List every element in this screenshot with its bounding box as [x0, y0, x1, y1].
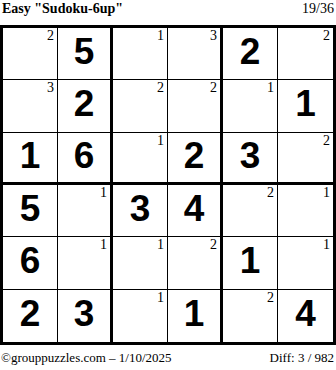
cell-r3c1[interactable]: 1 [3, 133, 58, 185]
pencil-mark: 1 [100, 237, 107, 252]
pencil-mark: 2 [210, 80, 217, 95]
cell-r3c3[interactable]: 1 [113, 133, 168, 185]
cell-r3c4[interactable]: 2 [168, 133, 223, 185]
difficulty-text: Diff: 3 / 982 [270, 350, 334, 365]
pencil-mark: 2 [157, 80, 164, 95]
pencil-mark: 1 [157, 290, 164, 305]
cell-r1c4[interactable]: 3 [168, 28, 223, 80]
cell-value: 2 [3, 290, 57, 342]
copyright-text: ©grouppuzzles.com – 1/10/2025 [1, 350, 172, 365]
cell-value: 1 [3, 133, 57, 182]
cell-r6c5[interactable]: 2 [223, 290, 278, 342]
cell-counter: 19/36 [302, 1, 334, 17]
pencil-mark: 1 [157, 237, 164, 252]
cell-r4c5[interactable]: 2 [223, 185, 278, 237]
pencil-mark: 1 [157, 133, 164, 148]
cell-r1c3[interactable]: 1 [113, 28, 168, 80]
pencil-mark: 2 [267, 290, 274, 305]
cell-r1c6[interactable]: 2 [278, 28, 333, 80]
cell-r6c3[interactable]: 1 [113, 290, 168, 342]
page-header: Easy "Sudoku-6up" 19/36 [0, 0, 336, 25]
cell-r5c2[interactable]: 1 [58, 237, 113, 289]
pencil-mark: 2 [323, 133, 330, 148]
cell-r6c6[interactable]: 4 [278, 290, 333, 342]
cell-value: 1 [168, 290, 220, 342]
cell-r1c1[interactable]: 2 [3, 28, 58, 80]
cell-value: 2 [168, 133, 220, 182]
cell-r5c1[interactable]: 6 [3, 237, 58, 289]
cell-r2c2[interactable]: 2 [58, 80, 113, 132]
cell-r4c4[interactable]: 4 [168, 185, 223, 237]
cell-r4c6[interactable]: 1 [278, 185, 333, 237]
cell-r1c5[interactable]: 2 [223, 28, 278, 80]
pencil-mark: 2 [210, 237, 217, 252]
cell-value: 5 [3, 185, 57, 236]
sudoku-page: Easy "Sudoku-6up" 19/36 2513223222111612… [0, 0, 336, 370]
cell-value: 3 [223, 133, 277, 182]
cell-value: 4 [168, 185, 220, 236]
pencil-mark: 1 [323, 237, 330, 252]
cell-r6c2[interactable]: 3 [58, 290, 113, 342]
cell-r4c3[interactable]: 3 [113, 185, 168, 237]
cell-r2c1[interactable]: 3 [3, 80, 58, 132]
cell-r1c2[interactable]: 5 [58, 28, 113, 80]
cell-r4c2[interactable]: 1 [58, 185, 113, 237]
cell-value: 6 [58, 133, 110, 182]
pencil-mark: 2 [267, 185, 274, 200]
cell-r2c4[interactable]: 2 [168, 80, 223, 132]
cell-value: 1 [278, 80, 333, 131]
cell-r2c3[interactable]: 2 [113, 80, 168, 132]
cell-r5c6[interactable]: 1 [278, 237, 333, 289]
cell-value: 2 [223, 28, 277, 79]
pencil-mark: 1 [267, 80, 274, 95]
cell-r4c1[interactable]: 5 [3, 185, 58, 237]
cell-value: 3 [58, 290, 110, 342]
page-footer: ©grouppuzzles.com – 1/10/2025 Diff: 3 / … [0, 345, 336, 370]
cell-value: 1 [223, 237, 277, 288]
pencil-mark: 2 [323, 28, 330, 43]
sudoku-board: 251322322211161232513421611211231124 [0, 25, 336, 345]
cell-r5c5[interactable]: 1 [223, 237, 278, 289]
cell-value: 2 [58, 80, 110, 131]
cell-r5c3[interactable]: 1 [113, 237, 168, 289]
pencil-mark: 3 [47, 80, 54, 95]
cell-r6c4[interactable]: 1 [168, 290, 223, 342]
pencil-mark: 1 [323, 185, 330, 200]
puzzle-title: Easy "Sudoku-6up" [2, 1, 123, 17]
pencil-mark: 1 [157, 28, 164, 43]
cell-r2c6[interactable]: 1 [278, 80, 333, 132]
cell-value: 3 [113, 185, 167, 236]
cell-r3c2[interactable]: 6 [58, 133, 113, 185]
cell-value: 4 [278, 290, 333, 342]
cell-r3c6[interactable]: 2 [278, 133, 333, 185]
cell-r3c5[interactable]: 3 [223, 133, 278, 185]
pencil-mark: 2 [47, 28, 54, 43]
cell-r5c4[interactable]: 2 [168, 237, 223, 289]
pencil-mark: 1 [100, 185, 107, 200]
cell-r6c1[interactable]: 2 [3, 290, 58, 342]
cell-value: 6 [3, 237, 57, 288]
cell-value: 5 [58, 28, 110, 79]
pencil-mark: 3 [210, 28, 217, 43]
cell-r2c5[interactable]: 1 [223, 80, 278, 132]
